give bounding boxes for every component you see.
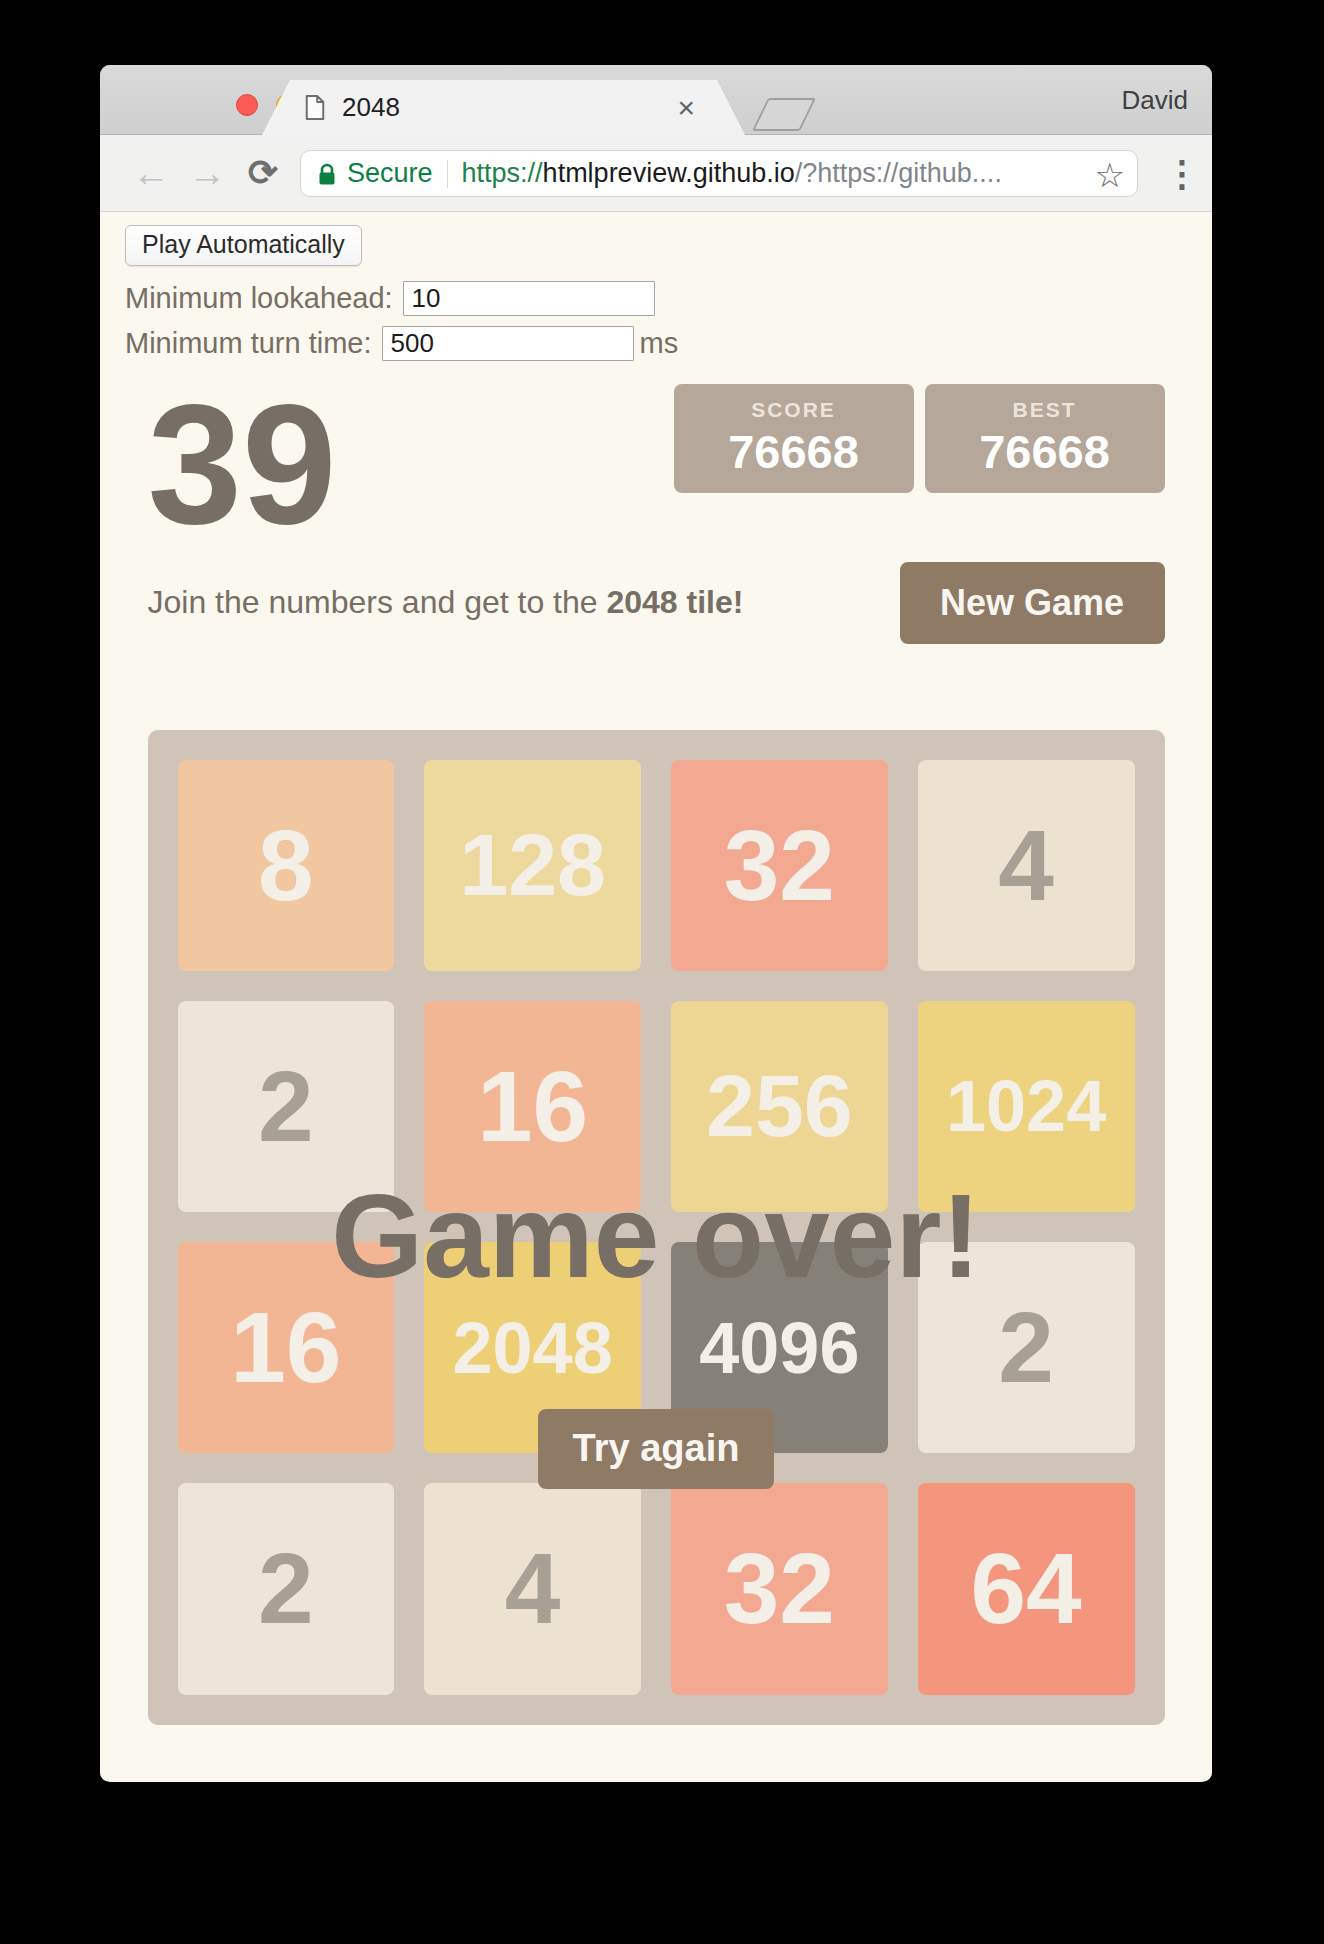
- subtitle-bold: 2048 tile!: [606, 584, 743, 620]
- back-icon[interactable]: ←: [132, 154, 170, 192]
- bookmark-star-icon[interactable]: ☆: [1095, 155, 1125, 195]
- url-host: htmlpreview.github.io: [543, 158, 795, 188]
- document-icon: [304, 94, 326, 121]
- subtitle-text: Join the numbers and get to the: [148, 584, 607, 620]
- turn-time-label: Minimum turn time:: [125, 327, 372, 360]
- header-row: 39 SCORE 76668 BEST 76668: [148, 384, 1165, 546]
- browser-tab[interactable]: 2048 ×: [262, 80, 745, 135]
- moves-counter: 39: [148, 384, 337, 546]
- lookahead-input[interactable]: [403, 281, 655, 316]
- play-automatically-button[interactable]: Play Automatically: [125, 225, 362, 266]
- subtitle: Join the numbers and get to the 2048 til…: [148, 584, 744, 621]
- forward-icon[interactable]: →: [188, 154, 226, 192]
- scores: SCORE 76668 BEST 76668: [674, 384, 1165, 493]
- close-window-button[interactable]: [236, 94, 258, 116]
- browser-menu-icon[interactable]: ⋮: [1164, 135, 1200, 212]
- tab-close-icon[interactable]: ×: [675, 93, 697, 123]
- game-over-text: Game over!: [148, 1177, 1165, 1295]
- url-text: https://htmlpreview.github.io/?https://g…: [462, 158, 1002, 189]
- browser-profile-name[interactable]: David: [1122, 65, 1188, 135]
- try-again-button[interactable]: Try again: [538, 1409, 774, 1489]
- subtitle-row: Join the numbers and get to the 2048 til…: [148, 562, 1165, 644]
- new-game-button[interactable]: New Game: [900, 562, 1165, 644]
- score-box: SCORE 76668: [674, 384, 914, 493]
- lookahead-label: Minimum lookahead:: [125, 282, 393, 315]
- turn-time-unit: ms: [640, 327, 679, 360]
- turn-time-row: Minimum turn time: ms: [125, 326, 1212, 361]
- tab-title: 2048: [342, 92, 675, 123]
- best-value: 76668: [979, 424, 1110, 479]
- new-tab-button[interactable]: [752, 98, 816, 131]
- best-box: BEST 76668: [925, 384, 1165, 493]
- url-path: /?https://github....: [795, 158, 1002, 188]
- score-label: SCORE: [751, 398, 836, 422]
- browser-toolbar: ← → ⟳ Secure https://htmlpreview.github.…: [100, 135, 1212, 212]
- game-container: 39 SCORE 76668 BEST 76668 Join the numbe…: [148, 384, 1165, 1725]
- lookahead-row: Minimum lookahead:: [125, 281, 1212, 316]
- best-label: BEST: [1012, 398, 1076, 422]
- address-bar[interactable]: Secure https://htmlpreview.github.io/?ht…: [300, 150, 1138, 197]
- game-over-overlay: Game over! Try again: [148, 730, 1165, 1725]
- url-separator: [447, 160, 448, 188]
- secure-lock-icon: [317, 162, 337, 186]
- browser-titlebar: 2048 × David: [100, 65, 1212, 135]
- browser-window: 2048 × David ← → ⟳ Secure https://htmlpr…: [100, 65, 1212, 1782]
- score-value: 76668: [728, 424, 859, 479]
- page-content: Play Automatically Minimum lookahead: Mi…: [100, 212, 1212, 1781]
- url-scheme: https://: [462, 158, 543, 188]
- secure-label: Secure: [347, 158, 433, 189]
- game-board: 8128324216256102416204840962243264 Game …: [148, 730, 1165, 1725]
- reload-icon[interactable]: ⟳: [248, 155, 278, 191]
- turn-time-input[interactable]: [382, 326, 634, 361]
